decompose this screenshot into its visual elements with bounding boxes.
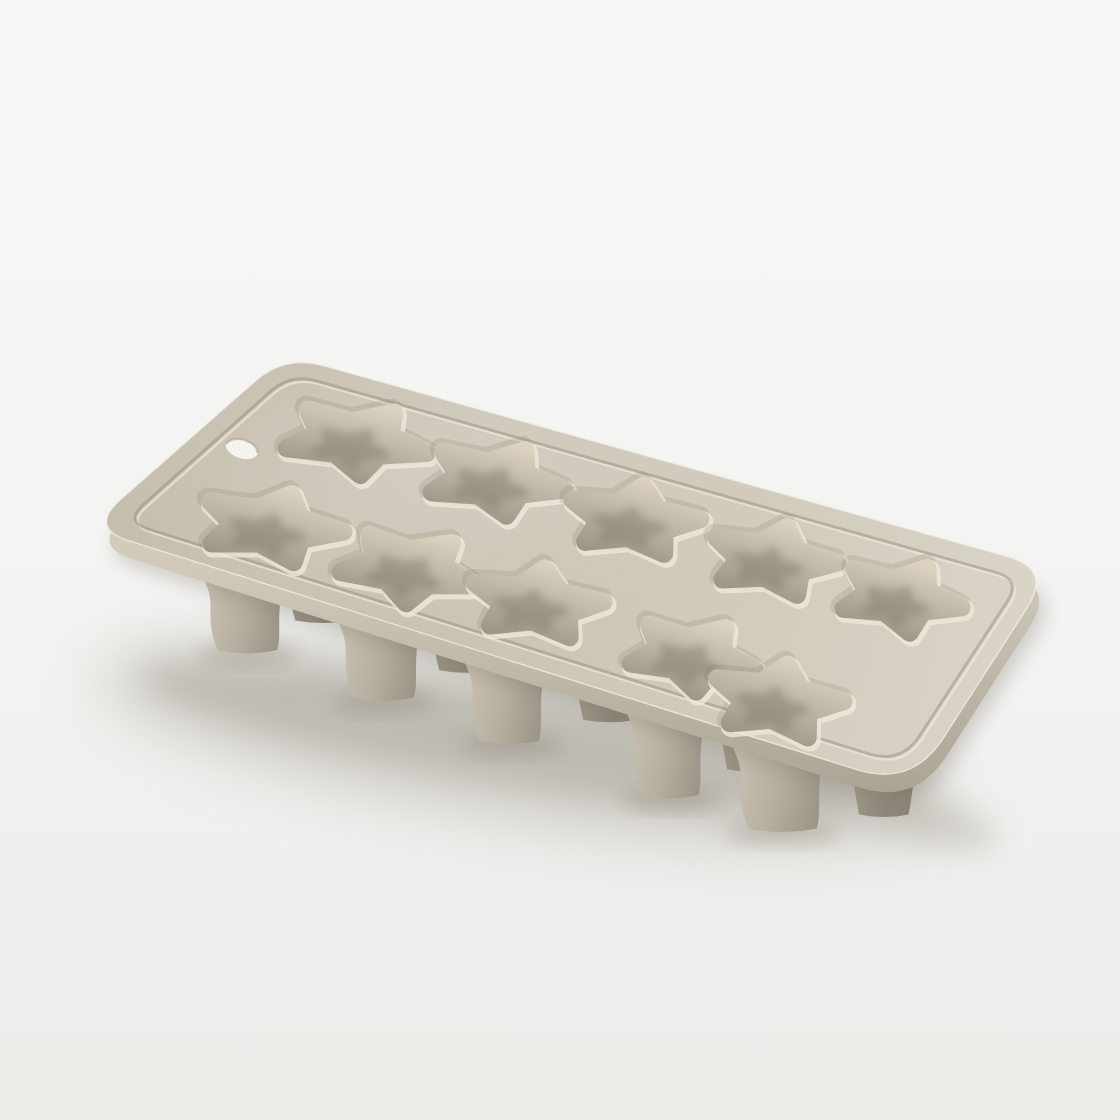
product-photo-ice-cube-tray	[0, 0, 1120, 1120]
tray-photo-canvas	[0, 0, 1120, 1120]
